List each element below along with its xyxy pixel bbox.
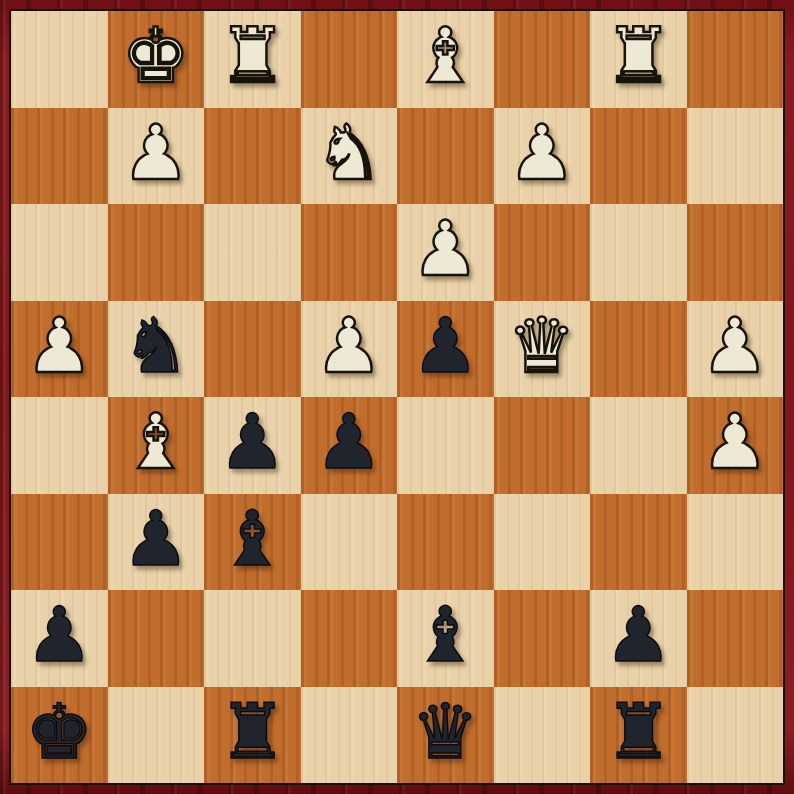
square-f2[interactable] [494,590,591,687]
square-f5[interactable]: ♛ [494,301,591,398]
square-h4[interactable]: ♟ [687,397,784,494]
square-e3[interactable] [397,494,494,591]
square-c4[interactable]: ♟ [204,397,301,494]
square-h7[interactable] [687,108,784,205]
square-h6[interactable] [687,204,784,301]
piece-white-pawn[interactable]: ♟ [25,308,93,384]
piece-black-pawn[interactable]: ♟ [218,404,286,480]
piece-white-pawn[interactable]: ♟ [701,308,769,384]
square-c3[interactable]: ♝ [204,494,301,591]
square-d2[interactable] [301,590,398,687]
piece-black-bishop[interactable]: ♝ [218,501,286,577]
square-b2[interactable] [108,590,205,687]
square-g3[interactable] [590,494,687,591]
piece-black-pawn[interactable]: ♟ [315,404,383,480]
square-f3[interactable] [494,494,591,591]
square-e1[interactable]: ♛ [397,687,494,784]
piece-white-rook[interactable]: ♜ [218,18,286,94]
piece-black-rook[interactable]: ♜ [604,694,672,770]
square-e4[interactable] [397,397,494,494]
square-e7[interactable] [397,108,494,205]
square-g4[interactable] [590,397,687,494]
square-h5[interactable]: ♟ [687,301,784,398]
square-f4[interactable] [494,397,591,494]
square-b7[interactable]: ♟ [108,108,205,205]
square-h1[interactable] [687,687,784,784]
square-d3[interactable] [301,494,398,591]
piece-black-bishop[interactable]: ♝ [411,597,479,673]
piece-black-rook[interactable]: ♜ [218,694,286,770]
piece-white-pawn[interactable]: ♟ [315,308,383,384]
square-g6[interactable] [590,204,687,301]
square-f1[interactable] [494,687,591,784]
square-h3[interactable] [687,494,784,591]
piece-white-pawn[interactable]: ♟ [701,404,769,480]
square-f8[interactable] [494,11,591,108]
piece-black-pawn[interactable]: ♟ [25,597,93,673]
square-c5[interactable] [204,301,301,398]
square-g8[interactable]: ♜ [590,11,687,108]
square-c2[interactable] [204,590,301,687]
piece-black-queen[interactable]: ♛ [411,694,479,770]
square-e5[interactable]: ♟ [397,301,494,398]
piece-white-bishop[interactable]: ♝ [411,18,479,94]
square-d7[interactable]: ♞ [301,108,398,205]
square-g1[interactable]: ♜ [590,687,687,784]
board-frame: ♚♜♝♜♟♞♟♟♟♞♟♟♛♟♝♟♟♟♟♝♟♝♟♚♜♛♜ [0,0,794,794]
square-a8[interactable] [11,11,108,108]
square-c8[interactable]: ♜ [204,11,301,108]
square-d5[interactable]: ♟ [301,301,398,398]
piece-white-pawn[interactable]: ♟ [122,115,190,191]
square-h8[interactable] [687,11,784,108]
piece-white-rook[interactable]: ♜ [604,18,672,94]
piece-white-pawn[interactable]: ♟ [411,211,479,287]
square-e8[interactable]: ♝ [397,11,494,108]
piece-white-bishop[interactable]: ♝ [122,404,190,480]
square-g7[interactable] [590,108,687,205]
square-d6[interactable] [301,204,398,301]
square-d8[interactable] [301,11,398,108]
piece-white-knight[interactable]: ♞ [315,115,383,191]
square-f6[interactable] [494,204,591,301]
piece-black-pawn[interactable]: ♟ [411,308,479,384]
square-b6[interactable] [108,204,205,301]
square-b5[interactable]: ♞ [108,301,205,398]
square-g2[interactable]: ♟ [590,590,687,687]
square-e2[interactable]: ♝ [397,590,494,687]
square-a6[interactable] [11,204,108,301]
square-a3[interactable] [11,494,108,591]
square-b3[interactable]: ♟ [108,494,205,591]
square-a1[interactable]: ♚ [11,687,108,784]
piece-black-king[interactable]: ♚ [25,694,93,770]
square-a2[interactable]: ♟ [11,590,108,687]
piece-black-pawn[interactable]: ♟ [604,597,672,673]
square-h2[interactable] [687,590,784,687]
square-g5[interactable] [590,301,687,398]
square-b1[interactable] [108,687,205,784]
piece-white-king[interactable]: ♚ [122,18,190,94]
piece-white-pawn[interactable]: ♟ [508,115,576,191]
square-b4[interactable]: ♝ [108,397,205,494]
piece-white-queen[interactable]: ♛ [508,308,576,384]
piece-black-pawn[interactable]: ♟ [122,501,190,577]
square-c7[interactable] [204,108,301,205]
square-d4[interactable]: ♟ [301,397,398,494]
square-a7[interactable] [11,108,108,205]
piece-black-knight[interactable]: ♞ [122,308,190,384]
square-e6[interactable]: ♟ [397,204,494,301]
square-c6[interactable] [204,204,301,301]
square-a5[interactable]: ♟ [11,301,108,398]
square-b8[interactable]: ♚ [108,11,205,108]
square-c1[interactable]: ♜ [204,687,301,784]
square-f7[interactable]: ♟ [494,108,591,205]
square-d1[interactable] [301,687,398,784]
chess-board: ♚♜♝♜♟♞♟♟♟♞♟♟♛♟♝♟♟♟♟♝♟♝♟♚♜♛♜ [9,9,785,785]
square-a4[interactable] [11,397,108,494]
